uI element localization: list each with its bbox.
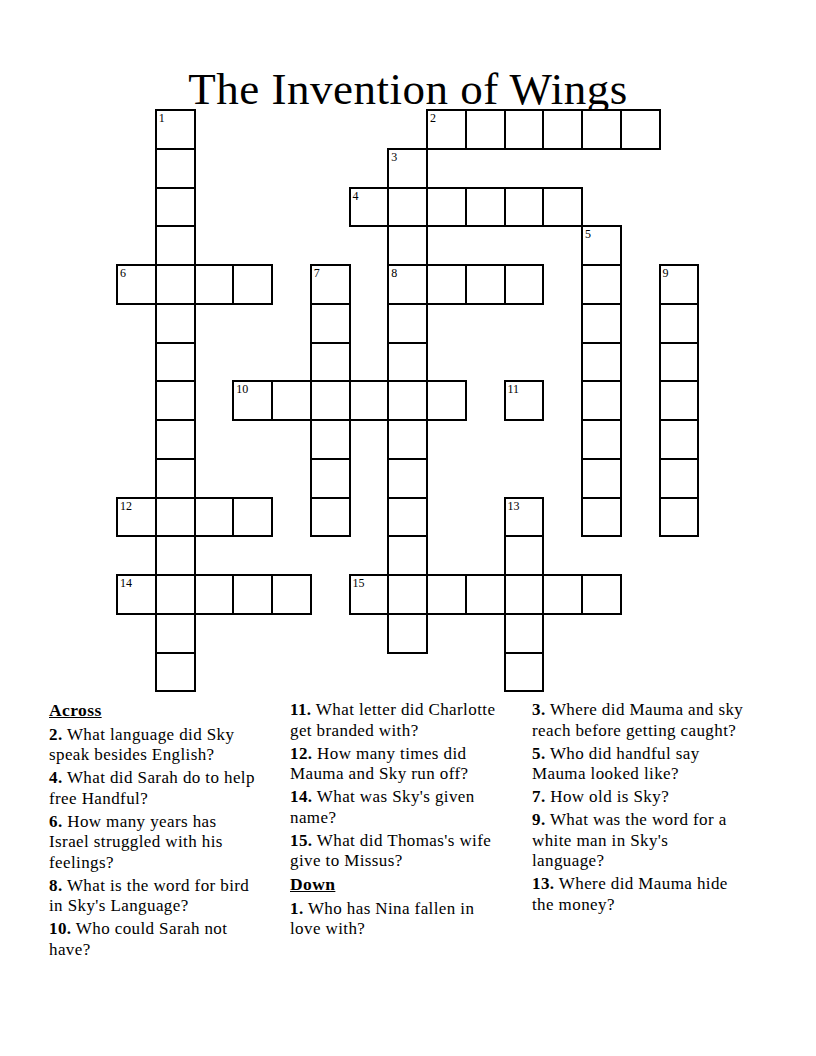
cell-r12-c7[interactable] xyxy=(387,574,428,615)
clues-across-header: Across xyxy=(49,700,261,721)
cell-r0-c10[interactable] xyxy=(504,109,545,150)
cell-r4-c14[interactable]: 9 xyxy=(659,264,700,305)
cell-r13-c10[interactable] xyxy=(504,613,545,654)
cell-r8-c7[interactable] xyxy=(387,419,428,460)
cell-r7-c1[interactable] xyxy=(155,380,196,421)
cell-r11-c1[interactable] xyxy=(155,535,196,576)
cell-r4-c12[interactable] xyxy=(581,264,622,305)
clue-9-down: 9. What was the word for a white man in … xyxy=(532,810,744,872)
cell-r4-c1[interactable] xyxy=(155,264,196,305)
clue-number: 9 xyxy=(663,266,669,280)
clue-number: 8 xyxy=(391,266,397,280)
cell-r6-c7[interactable] xyxy=(387,342,428,383)
clue-12-across: 12. How many times did Mauma and Sky run… xyxy=(290,744,502,785)
cell-r2-c8[interactable] xyxy=(426,187,467,228)
cell-r7-c8[interactable] xyxy=(426,380,467,421)
cell-r2-c6[interactable]: 4 xyxy=(349,187,390,228)
cell-r10-c3[interactable] xyxy=(232,497,273,538)
clue-1-down: 1. Who has Nina fallen in love with? xyxy=(290,899,502,940)
cell-r4-c8[interactable] xyxy=(426,264,467,305)
clue-number-label: 15. xyxy=(290,831,312,850)
cell-r5-c14[interactable] xyxy=(659,303,700,344)
cell-r12-c9[interactable] xyxy=(465,574,506,615)
cell-r1-c7[interactable]: 3 xyxy=(387,148,428,189)
cell-r2-c11[interactable] xyxy=(542,187,583,228)
cell-r10-c1[interactable] xyxy=(155,497,196,538)
clue-14-across: 14. What was Sky's given name? xyxy=(290,787,502,828)
cell-r5-c12[interactable] xyxy=(581,303,622,344)
cell-r11-c10[interactable] xyxy=(504,535,545,576)
cell-r7-c12[interactable] xyxy=(581,380,622,421)
clue-number-label: 14. xyxy=(290,787,312,806)
clue-10-across: 10. Who could Sarah not have? xyxy=(49,919,261,960)
cell-r12-c11[interactable] xyxy=(542,574,583,615)
cell-r4-c3[interactable] xyxy=(232,264,273,305)
cell-r11-c7[interactable] xyxy=(387,535,428,576)
cell-r13-c7[interactable] xyxy=(387,613,428,654)
clue-number-label: 9. xyxy=(532,810,546,829)
cell-r8-c1[interactable] xyxy=(155,419,196,460)
cell-r8-c14[interactable] xyxy=(659,419,700,460)
clue-5-down: 5. Who did handful say Mauma looked like… xyxy=(532,744,744,785)
cell-r4-c0[interactable]: 6 xyxy=(116,264,157,305)
cell-r7-c10[interactable]: 11 xyxy=(504,380,545,421)
cell-r2-c9[interactable] xyxy=(465,187,506,228)
cell-r7-c14[interactable] xyxy=(659,380,700,421)
cell-r14-c10[interactable] xyxy=(504,652,545,693)
cell-r6-c5[interactable] xyxy=(310,342,351,383)
clue-2-across: 2. What language did Sky speak besides E… xyxy=(49,725,261,766)
clue-number: 5 xyxy=(585,227,591,241)
cell-r0-c13[interactable] xyxy=(620,109,661,150)
cell-r4-c10[interactable] xyxy=(504,264,545,305)
cell-r4-c9[interactable] xyxy=(465,264,506,305)
cell-r14-c1[interactable] xyxy=(155,652,196,693)
clue-number-label: 4. xyxy=(49,768,63,787)
clue-number: 3 xyxy=(391,150,397,164)
cell-r0-c9[interactable] xyxy=(465,109,506,150)
clue-number-label: 7. xyxy=(532,787,546,806)
clue-3-down: 3. Where did Mauma and sky reach before … xyxy=(532,700,744,741)
cell-r6-c14[interactable] xyxy=(659,342,700,383)
cell-r6-c12[interactable] xyxy=(581,342,622,383)
cell-r10-c5[interactable] xyxy=(310,497,351,538)
clue-number-label: 1. xyxy=(290,899,304,918)
cell-r0-c11[interactable] xyxy=(542,109,583,150)
cell-r12-c0[interactable]: 14 xyxy=(116,574,157,615)
cell-r9-c12[interactable] xyxy=(581,458,622,499)
cell-r9-c7[interactable] xyxy=(387,458,428,499)
cell-r7-c7[interactable] xyxy=(387,380,428,421)
cell-r5-c5[interactable] xyxy=(310,303,351,344)
clue-number-label: 8. xyxy=(49,876,63,895)
cell-r12-c10[interactable] xyxy=(504,574,545,615)
cell-r10-c2[interactable] xyxy=(194,497,235,538)
cell-r3-c12[interactable]: 5 xyxy=(581,225,622,266)
clue-8-across: 8. What is the word for bird in Sky's La… xyxy=(49,876,261,917)
cell-r10-c10[interactable]: 13 xyxy=(504,497,545,538)
cell-r4-c5[interactable]: 7 xyxy=(310,264,351,305)
clue-number: 13 xyxy=(508,499,520,513)
clue-number-label: 11. xyxy=(290,700,312,719)
cell-r0-c1[interactable]: 1 xyxy=(155,109,196,150)
cell-r7-c4[interactable] xyxy=(271,380,312,421)
clue-number: 10 xyxy=(236,382,248,396)
clue-number: 1 xyxy=(159,111,165,125)
clues-down-header: Down xyxy=(290,874,502,895)
cell-r5-c7[interactable] xyxy=(387,303,428,344)
cell-r12-c8[interactable] xyxy=(426,574,467,615)
cell-r13-c1[interactable] xyxy=(155,613,196,654)
clue-4-across: 4. What did Sarah do to help free Handfu… xyxy=(49,768,261,809)
cell-r4-c7[interactable]: 8 xyxy=(387,264,428,305)
crossword-page: The Invention of Wings 12345678910111213… xyxy=(0,0,816,1056)
cell-r2-c10[interactable] xyxy=(504,187,545,228)
cell-r9-c1[interactable] xyxy=(155,458,196,499)
clue-number: 12 xyxy=(120,499,132,513)
cell-r4-c2[interactable] xyxy=(194,264,235,305)
clue-column-2: 11. What letter did Charlotte get brande… xyxy=(290,700,502,942)
cell-r12-c3[interactable] xyxy=(232,574,273,615)
cell-r2-c7[interactable] xyxy=(387,187,428,228)
clue-number: 7 xyxy=(314,266,320,280)
cell-r7-c3[interactable]: 10 xyxy=(232,380,273,421)
cell-r12-c6[interactable]: 15 xyxy=(349,574,390,615)
clue-number: 4 xyxy=(353,189,359,203)
cell-r8-c12[interactable] xyxy=(581,419,622,460)
crossword-grid: 123456789101112131415 xyxy=(116,109,698,691)
cell-r9-c5[interactable] xyxy=(310,458,351,499)
clue-number: 14 xyxy=(120,576,132,590)
clue-13-down: 13. Where did Mauma hide the money? xyxy=(532,874,744,915)
clue-number-label: 3. xyxy=(532,700,546,719)
cell-r10-c12[interactable] xyxy=(581,497,622,538)
clue-number-label: 12. xyxy=(290,744,312,763)
clue-column-1: Across2. What language did Sky speak bes… xyxy=(49,700,261,963)
clue-number: 6 xyxy=(120,266,126,280)
clue-number-label: 5. xyxy=(532,744,546,763)
clue-number-label: 2. xyxy=(49,725,63,744)
page-title: The Invention of Wings xyxy=(0,63,816,115)
cell-r8-c5[interactable] xyxy=(310,419,351,460)
clue-number: 11 xyxy=(508,382,520,396)
clue-number: 15 xyxy=(353,576,365,590)
clue-number-label: 6. xyxy=(49,812,63,831)
cell-r3-c7[interactable] xyxy=(387,225,428,266)
cell-r7-c5[interactable] xyxy=(310,380,351,421)
cell-r6-c1[interactable] xyxy=(155,342,196,383)
cell-r12-c1[interactable] xyxy=(155,574,196,615)
cell-r10-c7[interactable] xyxy=(387,497,428,538)
cell-r3-c1[interactable] xyxy=(155,225,196,266)
cell-r12-c12[interactable] xyxy=(581,574,622,615)
cell-r10-c0[interactable]: 12 xyxy=(116,497,157,538)
clue-number: 2 xyxy=(430,111,436,125)
clue-15-across: 15. What did Thomas's wife give to Missu… xyxy=(290,831,502,872)
clue-11-across: 11. What letter did Charlotte get brande… xyxy=(290,700,502,741)
cell-r7-c6[interactable] xyxy=(349,380,390,421)
cell-r12-c2[interactable] xyxy=(194,574,235,615)
cell-r2-c1[interactable] xyxy=(155,187,196,228)
clue-6-across: 6. How many years has Israel struggled w… xyxy=(49,812,261,874)
cell-r12-c4[interactable] xyxy=(271,574,312,615)
cell-r5-c1[interactable] xyxy=(155,303,196,344)
clue-column-3: 3. Where did Mauma and sky reach before … xyxy=(532,700,744,918)
cell-r0-c12[interactable] xyxy=(581,109,622,150)
clue-number-label: 10. xyxy=(49,919,71,938)
clue-number-label: 13. xyxy=(532,874,554,893)
cell-r0-c8[interactable]: 2 xyxy=(426,109,467,150)
clue-7-down: 7. How old is Sky? xyxy=(532,787,744,808)
cell-r1-c1[interactable] xyxy=(155,148,196,189)
cell-r9-c14[interactable] xyxy=(659,458,700,499)
cell-r10-c14[interactable] xyxy=(659,497,700,538)
